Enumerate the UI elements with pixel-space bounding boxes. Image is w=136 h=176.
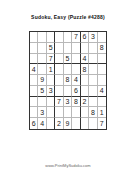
cell-r6c9: 4	[98, 86, 106, 97]
cell-r1c8: 3	[89, 32, 97, 43]
cell-r4c1: 4	[30, 64, 38, 75]
cell-r2c8	[89, 43, 97, 54]
cell-r6c3: 3	[47, 86, 55, 97]
cell-r5c7	[81, 75, 89, 86]
cell-r3c7: 4	[81, 54, 89, 65]
cell-r4c8	[89, 64, 97, 75]
cell-r3c3: 7	[47, 54, 55, 65]
cell-r2c9: 8	[98, 43, 106, 54]
cell-r4c5	[64, 64, 72, 75]
cell-r3c1	[30, 54, 38, 65]
cell-r8c1	[30, 107, 38, 118]
cell-r4c7: 8	[81, 64, 89, 75]
cell-r4c4	[55, 64, 63, 75]
cell-r2c2	[38, 43, 46, 54]
cell-r4c6	[72, 64, 80, 75]
cell-r4c3: 1	[47, 64, 55, 75]
cell-r1c4	[55, 32, 63, 43]
cell-r2c5	[64, 43, 72, 54]
cell-r8c5	[64, 107, 72, 118]
cell-r8c8: 8	[89, 107, 97, 118]
cell-r9c3	[47, 118, 55, 129]
cell-r7c2	[38, 97, 46, 108]
cell-r6c8	[89, 86, 97, 97]
cell-r8c9: 1	[98, 107, 106, 118]
cell-r5c1	[30, 75, 38, 86]
cell-r1c6: 7	[72, 32, 80, 43]
cell-r9c7	[81, 118, 89, 129]
cell-r4c2	[38, 64, 46, 75]
cell-r9c9: 7	[98, 118, 106, 129]
cell-r8c6	[72, 107, 80, 118]
cell-r3c5: 5	[64, 54, 72, 65]
cell-r5c9	[98, 75, 106, 86]
cell-r1c5	[64, 32, 72, 43]
cell-r1c7: 6	[81, 32, 89, 43]
cell-r8c7	[81, 107, 89, 118]
cell-r3c6	[72, 54, 80, 65]
cell-r7c9	[98, 97, 106, 108]
cell-r5c2: 9	[38, 75, 46, 86]
cell-r2c3: 5	[47, 43, 55, 54]
cell-r7c5: 3	[64, 97, 72, 108]
cell-r4c9	[98, 64, 106, 75]
cell-r9c8	[89, 118, 97, 129]
cell-r6c2: 5	[38, 86, 46, 97]
cell-r7c6: 8	[72, 97, 80, 108]
cell-r9c5: 9	[64, 118, 72, 129]
cell-r6c5	[64, 86, 72, 97]
cell-r5c6: 4	[72, 75, 80, 86]
cell-r2c7	[81, 43, 89, 54]
cell-r3c4	[55, 54, 63, 65]
cell-r9c1: 6	[30, 118, 38, 129]
cell-r7c7: 2	[81, 97, 89, 108]
cell-r8c4	[55, 107, 63, 118]
cell-r6c4	[55, 86, 63, 97]
cell-r7c4: 7	[55, 97, 63, 108]
cell-r3c8	[89, 54, 97, 65]
cell-r1c9	[98, 32, 106, 43]
cell-r7c3	[47, 97, 55, 108]
sudoku-grid: 763587544189845364738238164297	[29, 31, 107, 130]
sudoku-page: Sudoku, Easy (Puzzle #4288) 763587544189…	[0, 0, 136, 176]
cell-r9c2: 4	[38, 118, 46, 129]
cell-r9c6	[72, 118, 80, 129]
cell-r5c4	[55, 75, 63, 86]
cell-r8c3	[47, 107, 55, 118]
cell-r6c1	[30, 86, 38, 97]
cell-r2c6	[72, 43, 80, 54]
cell-r1c3	[47, 32, 55, 43]
footer-url: www.PrintMySudoku.com	[0, 163, 136, 168]
cell-r6c6: 6	[72, 86, 80, 97]
cell-r9c4: 2	[55, 118, 63, 129]
page-title: Sudoku, Easy (Puzzle #4288)	[0, 14, 136, 20]
cell-r1c1	[30, 32, 38, 43]
cell-r1c2	[38, 32, 46, 43]
cell-r6c7	[81, 86, 89, 97]
cell-r5c5: 8	[64, 75, 72, 86]
cell-r7c8	[89, 97, 97, 108]
cell-r5c8	[89, 75, 97, 86]
cell-r7c1	[30, 97, 38, 108]
cell-r8c2: 3	[38, 107, 46, 118]
cell-r3c9	[98, 54, 106, 65]
cell-r2c1	[30, 43, 38, 54]
cell-r3c2	[38, 54, 46, 65]
cell-r5c3	[47, 75, 55, 86]
cell-r2c4	[55, 43, 63, 54]
